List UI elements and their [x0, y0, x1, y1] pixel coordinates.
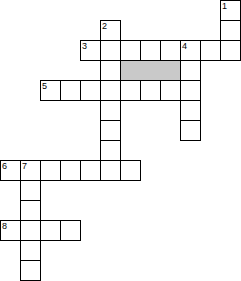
crossword-cell-r4-c8[interactable] [160, 80, 181, 101]
crossword-cell-r8-c3[interactable] [60, 160, 81, 181]
crossword-cell-r8-c2[interactable] [40, 160, 61, 181]
crossword-cell-r2-c4[interactable] [80, 40, 101, 61]
crossword-cell-r12-c1[interactable] [20, 240, 41, 261]
crossword-cell-r7-c5[interactable] [100, 140, 121, 161]
crossword-cell-r11-c3[interactable] [60, 220, 81, 241]
crossword-cell-r6-c9[interactable] [180, 120, 201, 141]
crossword-cell-r2-c6[interactable] [120, 40, 141, 61]
crossword-cell-r4-c6[interactable] [120, 80, 141, 101]
crossword-cell-r6-c5[interactable] [100, 120, 121, 141]
crossword-cell-r0-c11[interactable] [220, 0, 241, 21]
crossword-cell-r2-c10[interactable] [200, 40, 221, 61]
crossword-cell-r2-c5[interactable] [100, 40, 121, 61]
crossword-cell-r1-c5[interactable] [100, 20, 121, 41]
crossword-cell-r11-c0[interactable] [0, 220, 21, 241]
crossword-cell-r8-c5[interactable] [100, 160, 121, 181]
crossword-board: 12345678 [0, 0, 241, 281]
crossword-cell-r8-c0[interactable] [0, 160, 21, 181]
crossword-cell-r10-c1[interactable] [20, 200, 41, 221]
crossword-cell-r4-c7[interactable] [140, 80, 161, 101]
crossword-cell-r11-c1[interactable] [20, 220, 41, 241]
crossword-cell-r5-c5[interactable] [100, 100, 121, 121]
crossword-cell-r4-c5[interactable] [100, 80, 121, 101]
crossword-cell-r3-c5[interactable] [100, 60, 121, 81]
crossword-cell-r2-c11[interactable] [220, 40, 241, 61]
crossword-cell-r8-c4[interactable] [80, 160, 101, 181]
crossword-cell-r1-c11[interactable] [220, 20, 241, 41]
crossword-cell-r9-c1[interactable] [20, 180, 41, 201]
crossword-cell-r4-c4[interactable] [80, 80, 101, 101]
highlight-block [120, 60, 181, 81]
crossword-cell-r11-c2[interactable] [40, 220, 61, 241]
crossword-cell-r4-c2[interactable] [40, 80, 61, 101]
crossword-cell-r13-c1[interactable] [20, 260, 41, 281]
crossword-cell-r2-c7[interactable] [140, 40, 161, 61]
crossword-cell-r8-c1[interactable] [20, 160, 41, 181]
crossword-cell-r3-c9[interactable] [180, 60, 201, 81]
crossword-cell-r8-c6[interactable] [120, 160, 141, 181]
crossword-cell-r4-c9[interactable] [180, 80, 201, 101]
crossword-cell-r4-c3[interactable] [60, 80, 81, 101]
crossword-cell-r2-c8[interactable] [160, 40, 181, 61]
crossword-cell-r2-c9[interactable] [180, 40, 201, 61]
crossword-cell-r5-c9[interactable] [180, 100, 201, 121]
